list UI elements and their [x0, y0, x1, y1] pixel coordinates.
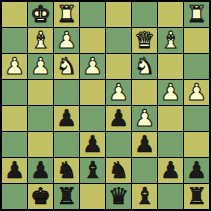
black-rook: ♜	[56, 184, 77, 209]
square-g7[interactable]: ♟	[28, 158, 53, 183]
square-h4[interactable]	[2, 80, 27, 105]
square-a3[interactable]	[184, 54, 209, 79]
square-d4[interactable]: ♟	[106, 80, 131, 105]
square-d6[interactable]	[106, 132, 131, 157]
white-pawn: ♟	[4, 54, 25, 79]
square-c2[interactable]: ♛	[132, 28, 157, 53]
square-c5[interactable]: ♟	[132, 106, 157, 131]
square-b4[interactable]: ♟	[158, 80, 183, 105]
square-b3[interactable]	[158, 54, 183, 79]
square-d7[interactable]: ♞	[106, 158, 131, 183]
black-rook: ♜	[186, 184, 207, 209]
white-bishop: ♝	[160, 28, 181, 53]
white-queen: ♛	[134, 28, 155, 53]
square-b8[interactable]	[158, 184, 183, 209]
black-queen: ♛	[108, 184, 129, 209]
square-b5[interactable]	[158, 106, 183, 131]
black-pawn: ♟	[160, 158, 181, 183]
black-knight: ♞	[108, 158, 129, 183]
square-a4[interactable]: ♟	[184, 80, 209, 105]
square-h2[interactable]	[2, 28, 27, 53]
square-e8[interactable]	[80, 184, 105, 209]
square-g2[interactable]: ♝	[28, 28, 53, 53]
square-c6[interactable]: ♟	[132, 132, 157, 157]
square-g6[interactable]	[28, 132, 53, 157]
square-e6[interactable]: ♟	[80, 132, 105, 157]
square-c7[interactable]	[132, 158, 157, 183]
square-d8[interactable]: ♛	[106, 184, 131, 209]
white-bishop: ♝	[30, 28, 51, 53]
square-a5[interactable]	[184, 106, 209, 131]
square-h7[interactable]: ♟	[2, 158, 27, 183]
white-pawn: ♟	[56, 28, 77, 53]
square-e2[interactable]	[80, 28, 105, 53]
black-bishop: ♝	[82, 158, 103, 183]
square-d3[interactable]	[106, 54, 131, 79]
black-bishop: ♝	[134, 184, 155, 209]
white-king: ♚	[30, 2, 51, 27]
black-pawn: ♟	[56, 106, 77, 131]
square-e1[interactable]	[80, 2, 105, 27]
square-a2[interactable]	[184, 28, 209, 53]
square-a6[interactable]	[184, 132, 209, 157]
square-h5[interactable]	[2, 106, 27, 131]
square-d5[interactable]: ♟	[106, 106, 131, 131]
black-pawn: ♟	[82, 132, 103, 157]
white-pawn: ♟	[160, 80, 181, 105]
chess-board-window: ♚♜♜♝♟♛♝♟♟♞♟♞♟♟♟♟♟♟♟♟♟♟♞♝♞♟♟♚♜♛♝♜	[0, 0, 211, 211]
square-g3[interactable]: ♟	[28, 54, 53, 79]
square-f8[interactable]: ♜	[54, 184, 79, 209]
square-b7[interactable]: ♟	[158, 158, 183, 183]
square-d2[interactable]	[106, 28, 131, 53]
square-b6[interactable]	[158, 132, 183, 157]
black-pawn: ♟	[186, 158, 207, 183]
black-king: ♚	[30, 184, 51, 209]
square-f7[interactable]: ♞	[54, 158, 79, 183]
square-f4[interactable]	[54, 80, 79, 105]
square-f1[interactable]: ♜	[54, 2, 79, 27]
black-pawn: ♟	[108, 106, 129, 131]
square-h1[interactable]	[2, 2, 27, 27]
white-pawn: ♟	[134, 106, 155, 131]
square-h8[interactable]	[2, 184, 27, 209]
square-f3[interactable]: ♞	[54, 54, 79, 79]
white-knight: ♞	[134, 54, 155, 79]
black-pawn: ♟	[30, 158, 51, 183]
square-f2[interactable]: ♟	[54, 28, 79, 53]
square-a8[interactable]: ♜	[184, 184, 209, 209]
square-f6[interactable]	[54, 132, 79, 157]
black-knight: ♞	[56, 158, 77, 183]
chess-board: ♚♜♜♝♟♛♝♟♟♞♟♞♟♟♟♟♟♟♟♟♟♟♞♝♞♟♟♚♜♛♝♜	[0, 0, 211, 211]
square-g1[interactable]: ♚	[28, 2, 53, 27]
white-pawn: ♟	[30, 54, 51, 79]
white-pawn: ♟	[108, 80, 129, 105]
square-e7[interactable]: ♝	[80, 158, 105, 183]
square-c3[interactable]: ♞	[132, 54, 157, 79]
white-rook: ♜	[56, 2, 77, 27]
square-g8[interactable]: ♚	[28, 184, 53, 209]
square-f5[interactable]: ♟	[54, 106, 79, 131]
black-pawn: ♟	[134, 132, 155, 157]
square-d1[interactable]	[106, 2, 131, 27]
white-pawn: ♟	[186, 80, 207, 105]
white-rook: ♜	[186, 2, 207, 27]
black-pawn: ♟	[4, 158, 25, 183]
square-h3[interactable]: ♟	[2, 54, 27, 79]
white-pawn: ♟	[82, 54, 103, 79]
square-c4[interactable]	[132, 80, 157, 105]
square-e5[interactable]	[80, 106, 105, 131]
square-g4[interactable]	[28, 80, 53, 105]
square-a1[interactable]: ♜	[184, 2, 209, 27]
square-a7[interactable]: ♟	[184, 158, 209, 183]
square-g5[interactable]	[28, 106, 53, 131]
square-b1[interactable]	[158, 2, 183, 27]
square-b2[interactable]: ♝	[158, 28, 183, 53]
square-e4[interactable]	[80, 80, 105, 105]
square-c8[interactable]: ♝	[132, 184, 157, 209]
white-knight: ♞	[56, 54, 77, 79]
square-c1[interactable]	[132, 2, 157, 27]
square-h6[interactable]	[2, 132, 27, 157]
square-e3[interactable]: ♟	[80, 54, 105, 79]
